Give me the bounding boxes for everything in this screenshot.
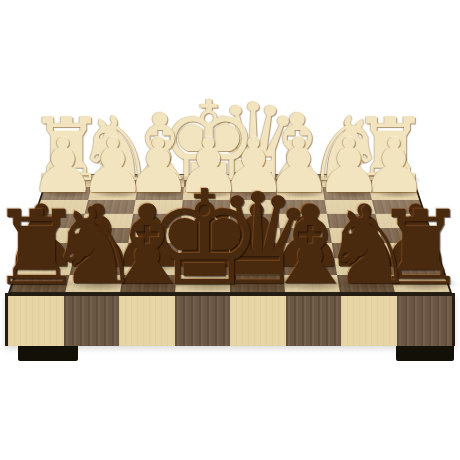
scene: ♜♞♝♛♚♝♞♜♟♟♟♟♟♟♟♟♟♟♟♟♟♟♟♟♜♞♝♛♚♝♞♜	[0, 0, 460, 460]
box-foot-left	[18, 346, 78, 361]
piece-black-rook[interactable]: ♜	[0, 197, 83, 300]
box-foot-right	[396, 346, 454, 361]
pieces-layer: ♜♞♝♛♚♝♞♜♟♟♟♟♟♟♟♟♟♟♟♟♟♟♟♟♜♞♝♛♚♝♞♜	[0, 0, 460, 460]
